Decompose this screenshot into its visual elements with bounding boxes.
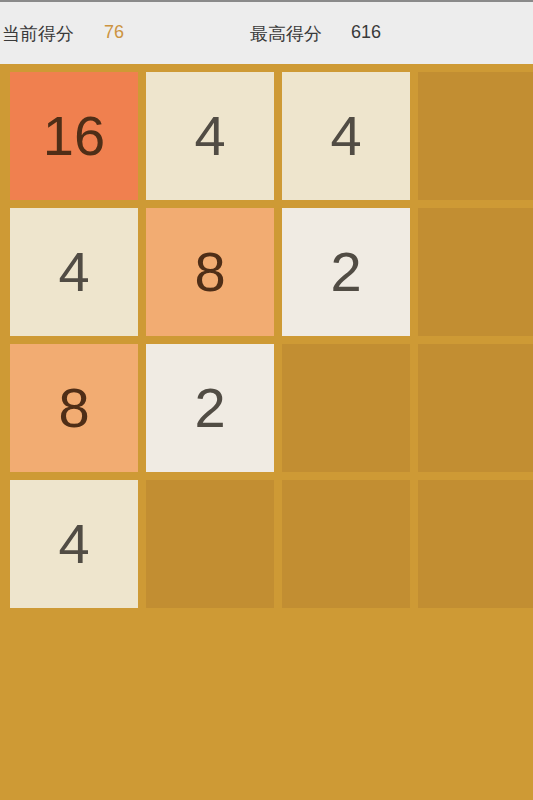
- tile-2: 2: [282, 208, 410, 336]
- empty-cell: [418, 344, 533, 472]
- best-score-value: 616: [351, 22, 381, 43]
- empty-cell: [282, 344, 410, 472]
- score-bar: 当前得分 76 最高得分 616: [0, 0, 533, 64]
- empty-cell: [282, 480, 410, 608]
- current-score-label: 当前得分: [2, 22, 74, 46]
- tile-2: 2: [146, 344, 274, 472]
- tile-16: 16: [10, 72, 138, 200]
- best-score-label: 最高得分: [250, 22, 322, 46]
- empty-cell: [146, 480, 274, 608]
- tile-4: 4: [146, 72, 274, 200]
- tile-8: 8: [10, 344, 138, 472]
- tile-grid[interactable]: 1644482824: [10, 72, 533, 608]
- current-score-value: 76: [104, 22, 124, 43]
- empty-cell: [418, 208, 533, 336]
- tile-4: 4: [10, 208, 138, 336]
- tile-4: 4: [282, 72, 410, 200]
- tile-8: 8: [146, 208, 274, 336]
- empty-cell: [418, 72, 533, 200]
- game-board[interactable]: 1644482824: [0, 64, 533, 800]
- empty-cell: [418, 480, 533, 608]
- tile-4: 4: [10, 480, 138, 608]
